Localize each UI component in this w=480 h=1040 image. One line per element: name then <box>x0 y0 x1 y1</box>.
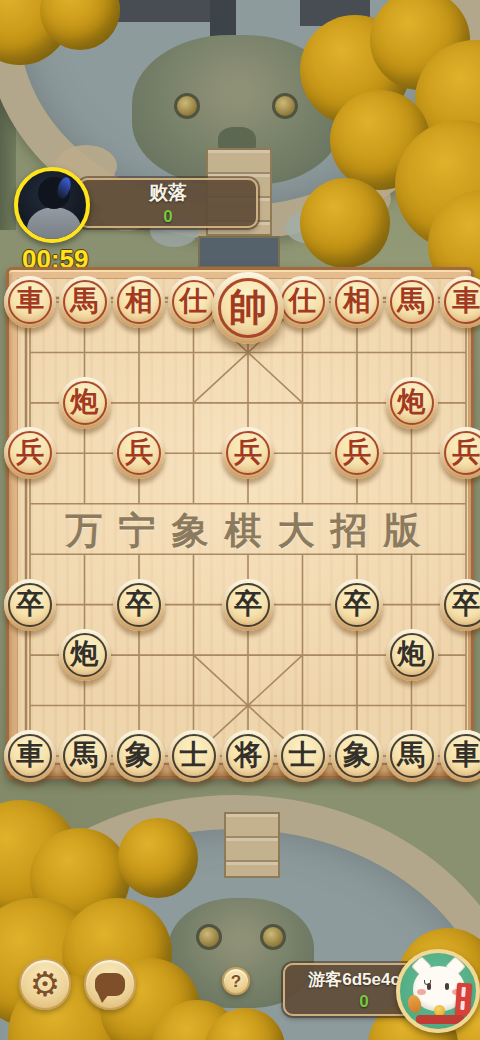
piece-character: 炮 <box>71 640 99 668</box>
chat-bubble-tail <box>98 994 109 1003</box>
face-eye <box>196 924 222 950</box>
piece-character: 兵 <box>452 438 480 466</box>
piece-red-r0c7[interactable]: 馬 <box>386 276 438 328</box>
piece-character: 象 <box>343 741 371 769</box>
piece-character: 炮 <box>71 388 99 416</box>
piece-character: 車 <box>452 741 480 769</box>
piece-character: 馬 <box>398 287 426 315</box>
piece-black-r9c3[interactable]: 士 <box>168 730 220 782</box>
roof-beam <box>118 0 218 22</box>
piece-red-r0c8[interactable]: 車 <box>440 276 480 328</box>
cat-base <box>416 1015 464 1024</box>
piece-character: 兵 <box>343 438 371 466</box>
face-eye <box>174 93 200 119</box>
top-player-score: 0 <box>163 207 172 227</box>
piece-character: 仕 <box>180 287 208 315</box>
piece-red-r3c0[interactable]: 兵 <box>4 427 56 479</box>
board-field[interactable]: 万宁象棋大招版 車馬相仕帥仕相馬車炮炮兵兵兵兵兵卒卒卒卒卒炮炮車馬象士将士象馬車 <box>17 278 469 764</box>
piece-character: 兵 <box>125 438 153 466</box>
tree-foliage <box>300 178 390 268</box>
top-player-avatar[interactable] <box>14 167 90 243</box>
question-mark-icon: ? <box>231 973 241 990</box>
piece-character: 馬 <box>71 287 99 315</box>
help-button[interactable]: ? <box>222 967 250 995</box>
piece-character: 相 <box>125 287 153 315</box>
piece-character: 士 <box>180 741 208 769</box>
settings-button[interactable]: ⚙ <box>19 958 71 1010</box>
piece-black-r9c2[interactable]: 象 <box>113 730 165 782</box>
piece-red-r3c8[interactable]: 兵 <box>440 427 480 479</box>
piece-black-r6c4[interactable]: 卒 <box>222 579 274 631</box>
piece-red-r3c4[interactable]: 兵 <box>222 427 274 479</box>
chat-bubble-icon <box>95 973 125 996</box>
top-player-name: 败落 <box>149 180 187 206</box>
piece-character: 炮 <box>398 388 426 416</box>
piece-character: 炮 <box>398 640 426 668</box>
piece-black-r9c8[interactable]: 車 <box>440 730 480 782</box>
piece-character: 将 <box>234 741 262 769</box>
gear-icon: ⚙ <box>30 967 60 1001</box>
piece-character: 車 <box>16 287 44 315</box>
piece-character: 卒 <box>343 590 371 618</box>
cat-eye <box>445 983 449 990</box>
piece-black-r6c6[interactable]: 卒 <box>331 579 383 631</box>
cat-blush <box>417 989 426 995</box>
face-eye <box>260 924 286 950</box>
piece-character: 卒 <box>234 590 262 618</box>
piece-black-r6c0[interactable]: 卒 <box>4 579 56 631</box>
piece-character: 卒 <box>125 590 153 618</box>
piece-character: 馬 <box>71 741 99 769</box>
app-screen: 败落 0 00:59 万宁象棋大招版 車馬相仕帥仕相馬車炮炮兵兵兵兵兵卒卒卒卒卒… <box>0 0 480 1040</box>
piece-red-r0c0[interactable]: 車 <box>4 276 56 328</box>
roof-beam <box>210 0 236 38</box>
cat-banner <box>455 983 472 1017</box>
piece-red-r3c6[interactable]: 兵 <box>331 427 383 479</box>
piece-character: 象 <box>125 741 153 769</box>
piece-character: 兵 <box>234 438 262 466</box>
piece-character: 相 <box>343 287 371 315</box>
piece-black-r7c7[interactable]: 炮 <box>386 629 438 681</box>
piece-red-r0c5[interactable]: 仕 <box>277 276 329 328</box>
piece-character: 士 <box>289 741 317 769</box>
piece-black-r6c2[interactable]: 卒 <box>113 579 165 631</box>
bottom-player-score: 0 <box>359 992 368 1012</box>
piece-black-r7c1[interactable]: 炮 <box>59 629 111 681</box>
piece-character: 馬 <box>398 741 426 769</box>
face-eye <box>272 93 298 119</box>
piece-black-r6c8[interactable]: 卒 <box>440 579 480 631</box>
piece-red-r2c1[interactable]: 炮 <box>59 377 111 429</box>
bottom-player-avatar[interactable] <box>396 949 480 1033</box>
piece-character: 仕 <box>289 287 317 315</box>
piece-red-r0c6[interactable]: 相 <box>331 276 383 328</box>
avatar-body <box>27 207 81 243</box>
piece-black-r9c7[interactable]: 馬 <box>386 730 438 782</box>
piece-black-r9c0[interactable]: 車 <box>4 730 56 782</box>
piece-black-r9c5[interactable]: 士 <box>277 730 329 782</box>
piece-red-r3c2[interactable]: 兵 <box>113 427 165 479</box>
piece-character: 卒 <box>452 590 480 618</box>
piece-character: 車 <box>452 287 480 315</box>
doorway-top <box>198 236 280 268</box>
piece-character: 兵 <box>16 438 44 466</box>
tree-foliage <box>118 818 198 898</box>
piece-character: 車 <box>16 741 44 769</box>
piece-red-r0c1[interactable]: 馬 <box>59 276 111 328</box>
piece-red-r2c7[interactable]: 炮 <box>386 377 438 429</box>
board-pieces: 車馬相仕帥仕相馬車炮炮兵兵兵兵兵卒卒卒卒卒炮炮車馬象士将士象馬車 <box>18 279 468 763</box>
stone-pillar-bottom <box>224 812 280 878</box>
chat-button[interactable] <box>84 958 136 1010</box>
piece-black-r9c4[interactable]: 将 <box>222 730 274 782</box>
piece-red-r0c4[interactable]: 帥 <box>212 272 284 344</box>
xiangqi-board[interactable]: 万宁象棋大招版 車馬相仕帥仕相馬車炮炮兵兵兵兵兵卒卒卒卒卒炮炮車馬象士将士象馬車 <box>6 267 474 779</box>
piece-black-r9c1[interactable]: 馬 <box>59 730 111 782</box>
top-player-plate: 败落 0 <box>78 178 258 228</box>
piece-red-r0c2[interactable]: 相 <box>113 276 165 328</box>
piece-character: 卒 <box>16 590 44 618</box>
piece-black-r9c6[interactable]: 象 <box>331 730 383 782</box>
piece-character: 帥 <box>229 288 267 326</box>
